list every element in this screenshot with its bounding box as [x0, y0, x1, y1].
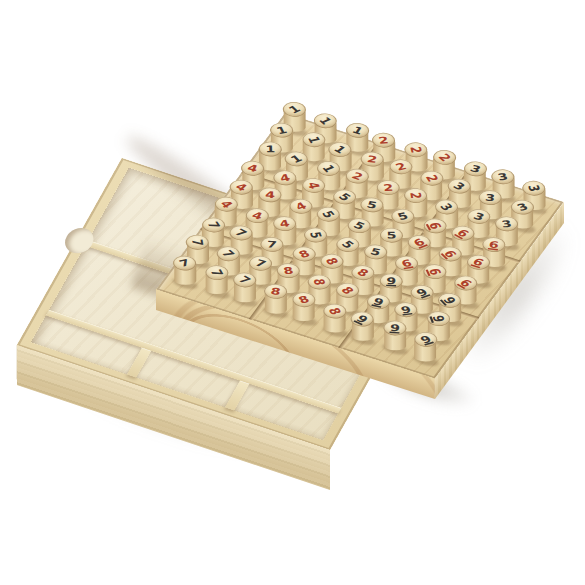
peg-digit: 6 — [400, 258, 413, 268]
peg-digit: 6 — [471, 257, 486, 268]
peg-digit: 7 — [233, 227, 249, 238]
peg-digit: 6 — [488, 240, 500, 250]
peg-digit: 5 — [352, 220, 368, 231]
peg-digit: 2 — [423, 173, 440, 182]
peg-digit: 9 — [418, 334, 433, 345]
peg-digit: 1 — [286, 104, 302, 115]
peg-digit: 9 — [389, 323, 400, 333]
peg-digit: 3 — [501, 219, 513, 229]
peg-digit: 8 — [326, 306, 343, 315]
peg-digit: 4 — [305, 181, 321, 189]
peg-digit: 6 — [457, 277, 474, 288]
peg-digit: 4 — [279, 172, 292, 182]
peg-digit: 3 — [468, 163, 482, 174]
peg-digit: 1 — [317, 116, 334, 126]
peg-digit: 6 — [426, 267, 443, 276]
peg-digit: 2 — [436, 152, 453, 163]
peg-digit: 9 — [430, 315, 446, 323]
peg-digit: 4 — [234, 181, 250, 192]
peg-digit: 5 — [308, 231, 324, 239]
peg-digit: 5 — [339, 239, 356, 250]
peg-digit: 9 — [354, 313, 370, 324]
peg-digit: 2 — [367, 154, 379, 164]
peg-digit: 7 — [266, 239, 277, 249]
peg-digit: 3 — [472, 211, 487, 222]
peg-digit: 9 — [441, 295, 458, 305]
peg-digit: 2 — [349, 171, 364, 182]
peg-digit: 7 — [205, 220, 222, 229]
peg-digit: 3 — [451, 181, 467, 192]
peg-digit: 6 — [455, 228, 472, 239]
peg-digit: 8 — [296, 294, 311, 305]
peg-digit: 9 — [400, 304, 413, 314]
peg-digit: 1 — [275, 125, 289, 136]
peg-digit: 9 — [371, 296, 385, 307]
peg-digit: 2 — [393, 161, 408, 172]
peg-digit: 8 — [324, 257, 341, 267]
peg-digit: 9 — [414, 287, 430, 298]
peg-digit: 8 — [339, 285, 356, 296]
peg-digit: 7 — [178, 258, 192, 269]
peg-digit: 5 — [369, 247, 382, 258]
peg-digit: 4 — [246, 163, 259, 174]
peg-digit: 3 — [485, 192, 496, 202]
peg-digit: 8 — [270, 286, 282, 296]
peg-digit: 5 — [336, 191, 353, 202]
peg-digit: 4 — [217, 199, 234, 210]
peg-digit: 3 — [497, 172, 510, 182]
peg-digit: 8 — [311, 278, 327, 286]
peg-digit: 4 — [293, 201, 309, 212]
peg-digit: 8 — [283, 266, 295, 276]
peg-digit: 4 — [250, 210, 264, 221]
peg-digit: 6 — [427, 221, 444, 230]
peg-digit: 1 — [289, 153, 305, 164]
peg-digit: 2 — [408, 146, 424, 153]
peg-digit: 1 — [320, 163, 337, 173]
peg-digit: 6 — [442, 249, 459, 259]
peg-digit: 8 — [355, 267, 371, 278]
peg-digit: 8 — [297, 248, 312, 259]
peg-digit: 2 — [382, 183, 393, 193]
peg-digit: 1 — [350, 125, 365, 136]
peg-digit: 1 — [332, 144, 349, 155]
peg-digit: 7 — [209, 268, 226, 277]
peg-digit: 2 — [408, 192, 423, 199]
peg-digit: 7 — [220, 248, 237, 259]
peg-digit: 3 — [438, 202, 455, 213]
peg-digit: 3 — [515, 201, 530, 212]
peg-digit: 1 — [265, 144, 275, 153]
peg-digit: 5 — [366, 200, 379, 210]
peg-digit: 9 — [386, 276, 396, 285]
peg-digit: 2 — [378, 135, 390, 145]
peg-digit: 1 — [305, 135, 322, 144]
peg-digit: 7 — [253, 257, 268, 268]
peg-digit: 3 — [526, 184, 542, 192]
peg-digit: 4 — [279, 219, 292, 229]
peg-digit: 5 — [386, 230, 396, 239]
peg-digit: 7 — [237, 275, 254, 286]
peg-digit: 7 — [190, 239, 205, 246]
peg-digit: 5 — [320, 209, 337, 219]
product-photo-scene: 1112223331112223331112223334445556664445… — [0, 0, 585, 585]
peg-digit: 6 — [411, 237, 427, 248]
peg-digit: 5 — [396, 211, 410, 222]
peg-digit: 4 — [264, 190, 274, 200]
